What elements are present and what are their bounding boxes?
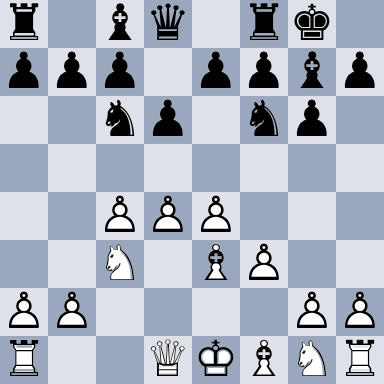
square-c5[interactable] (96, 144, 144, 192)
square-a8[interactable]: ♜ (0, 0, 48, 48)
square-e1[interactable]: ♚♔ (192, 336, 240, 384)
white-piece-fill: ♛ (144, 335, 192, 383)
white-pawn[interactable]: ♟♙ (0, 288, 48, 336)
black-pawn[interactable]: ♟ (144, 96, 192, 144)
square-e6[interactable] (192, 96, 240, 144)
square-b7[interactable]: ♟ (48, 48, 96, 96)
square-a2[interactable]: ♟♙ (0, 288, 48, 336)
white-piece-outline: ♙ (288, 287, 336, 335)
square-a4[interactable] (0, 192, 48, 240)
white-piece-fill: ♝ (240, 335, 288, 383)
square-d3[interactable] (144, 240, 192, 288)
square-c8[interactable]: ♝ (96, 0, 144, 48)
white-piece-fill: ♜ (0, 335, 48, 383)
black-piece-fill: ♟ (288, 95, 336, 143)
white-piece-fill: ♟ (144, 191, 192, 239)
square-d6[interactable]: ♟ (144, 96, 192, 144)
black-piece-fill: ♚ (288, 0, 336, 47)
square-e2[interactable] (192, 288, 240, 336)
white-piece-outline: ♕ (144, 335, 192, 383)
black-piece-fill: ♝ (288, 47, 336, 95)
white-piece-outline: ♙ (144, 191, 192, 239)
square-a6[interactable] (0, 96, 48, 144)
square-h4[interactable] (336, 192, 384, 240)
white-piece-fill: ♟ (288, 287, 336, 335)
white-piece-outline: ♙ (240, 239, 288, 287)
square-d2[interactable] (144, 288, 192, 336)
square-c1[interactable] (96, 336, 144, 384)
white-piece-fill: ♝ (192, 239, 240, 287)
white-pawn[interactable]: ♟♙ (48, 288, 96, 336)
square-b8[interactable] (48, 0, 96, 48)
black-bishop[interactable]: ♝ (96, 0, 144, 48)
white-king[interactable]: ♚♔ (192, 336, 240, 384)
white-piece-fill: ♜ (336, 335, 384, 383)
black-queen[interactable]: ♛ (144, 0, 192, 48)
white-queen[interactable]: ♛♕ (144, 336, 192, 384)
white-piece-outline: ♙ (48, 287, 96, 335)
chess-board: ♜♝♛♜♚♟♟♟♟♟♝♟♞♟♞♟♟♙♟♙♟♙♞♘♝♗♟♙♟♙♟♙♟♙♟♙♜♖♛♕… (0, 0, 384, 384)
square-h3[interactable] (336, 240, 384, 288)
black-piece-fill: ♟ (96, 47, 144, 95)
black-piece-fill: ♟ (336, 47, 384, 95)
black-piece-fill: ♟ (144, 95, 192, 143)
white-bishop[interactable]: ♝♗ (240, 336, 288, 384)
white-piece-fill: ♟ (240, 239, 288, 287)
square-b4[interactable] (48, 192, 96, 240)
square-b6[interactable] (48, 96, 96, 144)
square-e7[interactable]: ♟ (192, 48, 240, 96)
square-c4[interactable]: ♟♙ (96, 192, 144, 240)
square-c6[interactable]: ♞ (96, 96, 144, 144)
black-piece-fill: ♟ (48, 47, 96, 95)
square-d8[interactable]: ♛ (144, 0, 192, 48)
white-knight[interactable]: ♞♘ (96, 240, 144, 288)
white-piece-outline: ♙ (336, 287, 384, 335)
square-h6[interactable] (336, 96, 384, 144)
square-f2[interactable] (240, 288, 288, 336)
black-pawn[interactable]: ♟ (48, 48, 96, 96)
black-piece-fill: ♜ (240, 0, 288, 47)
square-g7[interactable]: ♝ (288, 48, 336, 96)
black-piece-fill: ♟ (0, 47, 48, 95)
black-pawn[interactable]: ♟ (288, 96, 336, 144)
white-piece-fill: ♟ (48, 287, 96, 335)
black-piece-fill: ♝ (96, 0, 144, 47)
white-bishop[interactable]: ♝♗ (192, 240, 240, 288)
square-h1[interactable]: ♜♖ (336, 336, 384, 384)
white-piece-fill: ♟ (336, 287, 384, 335)
square-d1[interactable]: ♛♕ (144, 336, 192, 384)
square-f7[interactable]: ♟ (240, 48, 288, 96)
square-c3[interactable]: ♞♘ (96, 240, 144, 288)
black-pawn[interactable]: ♟ (192, 48, 240, 96)
chess-board-grid: ♜♝♛♜♚♟♟♟♟♟♝♟♞♟♞♟♟♙♟♙♟♙♞♘♝♗♟♙♟♙♟♙♟♙♟♙♜♖♛♕… (0, 0, 384, 384)
white-piece-outline: ♖ (336, 335, 384, 383)
square-h5[interactable] (336, 144, 384, 192)
black-pawn[interactable]: ♟ (0, 48, 48, 96)
black-piece-fill: ♞ (240, 95, 288, 143)
square-f6[interactable]: ♞ (240, 96, 288, 144)
white-pawn[interactable]: ♟♙ (336, 288, 384, 336)
square-h2[interactable]: ♟♙ (336, 288, 384, 336)
square-f3[interactable]: ♟♙ (240, 240, 288, 288)
white-piece-fill: ♞ (288, 335, 336, 383)
black-knight[interactable]: ♞ (96, 96, 144, 144)
black-pawn[interactable]: ♟ (240, 48, 288, 96)
black-pawn[interactable]: ♟ (336, 48, 384, 96)
white-piece-outline: ♘ (96, 239, 144, 287)
square-h7[interactable]: ♟ (336, 48, 384, 96)
square-g4[interactable] (288, 192, 336, 240)
white-rook[interactable]: ♜♖ (336, 336, 384, 384)
square-f5[interactable] (240, 144, 288, 192)
square-g2[interactable]: ♟♙ (288, 288, 336, 336)
square-d7[interactable] (144, 48, 192, 96)
white-pawn[interactable]: ♟♙ (144, 192, 192, 240)
square-g3[interactable] (288, 240, 336, 288)
white-piece-outline: ♗ (240, 335, 288, 383)
white-pawn[interactable]: ♟♙ (288, 288, 336, 336)
white-piece-outline: ♗ (192, 239, 240, 287)
square-e3[interactable]: ♝♗ (192, 240, 240, 288)
square-b3[interactable] (48, 240, 96, 288)
square-c7[interactable]: ♟ (96, 48, 144, 96)
black-piece-fill: ♜ (0, 0, 48, 47)
white-pawn[interactable]: ♟♙ (192, 192, 240, 240)
square-f4[interactable] (240, 192, 288, 240)
white-pawn[interactable]: ♟♙ (96, 192, 144, 240)
square-a5[interactable] (0, 144, 48, 192)
white-piece-outline: ♖ (0, 335, 48, 383)
square-a1[interactable]: ♜♖ (0, 336, 48, 384)
square-d4[interactable]: ♟♙ (144, 192, 192, 240)
white-piece-fill: ♞ (96, 239, 144, 287)
square-h8[interactable] (336, 0, 384, 48)
square-a3[interactable] (0, 240, 48, 288)
white-piece-outline: ♙ (96, 191, 144, 239)
square-a7[interactable]: ♟ (0, 48, 48, 96)
white-rook[interactable]: ♜♖ (0, 336, 48, 384)
white-piece-fill: ♟ (96, 191, 144, 239)
black-piece-fill: ♛ (144, 0, 192, 47)
black-piece-fill: ♟ (192, 47, 240, 95)
square-f1[interactable]: ♝♗ (240, 336, 288, 384)
white-pawn[interactable]: ♟♙ (240, 240, 288, 288)
white-piece-outline: ♔ (192, 335, 240, 383)
black-rook[interactable]: ♜ (0, 0, 48, 48)
square-b2[interactable]: ♟♙ (48, 288, 96, 336)
square-b5[interactable] (48, 144, 96, 192)
black-king[interactable]: ♚ (288, 0, 336, 48)
black-pawn[interactable]: ♟ (96, 48, 144, 96)
square-e8[interactable] (192, 0, 240, 48)
black-piece-fill: ♞ (96, 95, 144, 143)
black-knight[interactable]: ♞ (240, 96, 288, 144)
white-piece-fill: ♟ (192, 191, 240, 239)
square-g6[interactable]: ♟ (288, 96, 336, 144)
square-g5[interactable] (288, 144, 336, 192)
white-knight[interactable]: ♞♘ (288, 336, 336, 384)
square-g8[interactable]: ♚ (288, 0, 336, 48)
white-piece-fill: ♚ (192, 335, 240, 383)
white-piece-outline: ♘ (288, 335, 336, 383)
square-e5[interactable] (192, 144, 240, 192)
white-piece-fill: ♟ (0, 287, 48, 335)
black-rook[interactable]: ♜ (240, 0, 288, 48)
black-piece-fill: ♟ (240, 47, 288, 95)
square-g1[interactable]: ♞♘ (288, 336, 336, 384)
white-piece-outline: ♙ (0, 287, 48, 335)
square-f8[interactable]: ♜ (240, 0, 288, 48)
square-c2[interactable] (96, 288, 144, 336)
square-d5[interactable] (144, 144, 192, 192)
black-bishop[interactable]: ♝ (288, 48, 336, 96)
white-piece-outline: ♙ (192, 191, 240, 239)
square-b1[interactable] (48, 336, 96, 384)
square-e4[interactable]: ♟♙ (192, 192, 240, 240)
